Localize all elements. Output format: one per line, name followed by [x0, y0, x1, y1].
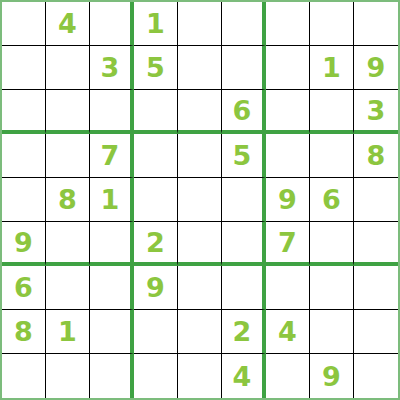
- cell-r8c3[interactable]: [90, 310, 134, 354]
- cell-r6c2[interactable]: [46, 222, 90, 266]
- cell-r4c1[interactable]: [2, 134, 46, 178]
- cell-r7c6[interactable]: [222, 266, 266, 310]
- cell-r6c3[interactable]: [90, 222, 134, 266]
- cell-r4c5[interactable]: [178, 134, 222, 178]
- cell-r5c8: 6: [310, 178, 354, 222]
- cell-r5c2: 8: [46, 178, 90, 222]
- cell-r8c2: 1: [46, 310, 90, 354]
- cell-r6c1: 9: [2, 222, 46, 266]
- cell-r1c7[interactable]: [266, 2, 310, 46]
- cell-r5c3: 1: [90, 178, 134, 222]
- cell-r1c6[interactable]: [222, 2, 266, 46]
- cell-r2c4: 5: [134, 46, 178, 90]
- cell-r8c7: 4: [266, 310, 310, 354]
- cell-r9c2[interactable]: [46, 354, 90, 398]
- cell-r4c9: 8: [354, 134, 398, 178]
- cell-r7c2[interactable]: [46, 266, 90, 310]
- cell-r3c8[interactable]: [310, 90, 354, 134]
- cell-r9c1[interactable]: [2, 354, 46, 398]
- cell-r2c1[interactable]: [2, 46, 46, 90]
- cell-r3c7[interactable]: [266, 90, 310, 134]
- cell-r4c7[interactable]: [266, 134, 310, 178]
- cell-r5c6[interactable]: [222, 178, 266, 222]
- cell-r8c5[interactable]: [178, 310, 222, 354]
- sudoku-board: 41351963758819692769812449: [0, 0, 400, 400]
- cell-r5c7: 9: [266, 178, 310, 222]
- cell-r9c7[interactable]: [266, 354, 310, 398]
- cell-r8c4[interactable]: [134, 310, 178, 354]
- cell-r2c5[interactable]: [178, 46, 222, 90]
- cell-r1c9[interactable]: [354, 2, 398, 46]
- cell-r3c4[interactable]: [134, 90, 178, 134]
- cell-r6c4: 2: [134, 222, 178, 266]
- cell-r9c8: 9: [310, 354, 354, 398]
- cell-r8c9[interactable]: [354, 310, 398, 354]
- cell-r2c7[interactable]: [266, 46, 310, 90]
- cell-r9c4[interactable]: [134, 354, 178, 398]
- cell-r7c4: 9: [134, 266, 178, 310]
- cell-r2c6[interactable]: [222, 46, 266, 90]
- cell-r7c8[interactable]: [310, 266, 354, 310]
- cell-r7c5[interactable]: [178, 266, 222, 310]
- cell-r6c9[interactable]: [354, 222, 398, 266]
- cell-r3c9: 3: [354, 90, 398, 134]
- cell-r1c4: 1: [134, 2, 178, 46]
- cell-r5c4[interactable]: [134, 178, 178, 222]
- cell-r9c5[interactable]: [178, 354, 222, 398]
- cell-r8c6: 2: [222, 310, 266, 354]
- cell-r9c9[interactable]: [354, 354, 398, 398]
- cell-r5c5[interactable]: [178, 178, 222, 222]
- cell-r4c2[interactable]: [46, 134, 90, 178]
- cell-r1c8[interactable]: [310, 2, 354, 46]
- cell-r5c9[interactable]: [354, 178, 398, 222]
- cell-r8c1: 8: [2, 310, 46, 354]
- cell-r6c8[interactable]: [310, 222, 354, 266]
- cell-r4c4[interactable]: [134, 134, 178, 178]
- cell-r4c6: 5: [222, 134, 266, 178]
- cell-r7c3[interactable]: [90, 266, 134, 310]
- cell-r8c8[interactable]: [310, 310, 354, 354]
- cell-r6c6[interactable]: [222, 222, 266, 266]
- cell-r6c7: 7: [266, 222, 310, 266]
- sudoku-puzzle: 41351963758819692769812449: [0, 0, 400, 400]
- cell-r7c7[interactable]: [266, 266, 310, 310]
- cell-r6c5[interactable]: [178, 222, 222, 266]
- cell-r4c8[interactable]: [310, 134, 354, 178]
- cell-r2c2[interactable]: [46, 46, 90, 90]
- cell-r2c3: 3: [90, 46, 134, 90]
- cell-r9c6: 4: [222, 354, 266, 398]
- cell-r1c3[interactable]: [90, 2, 134, 46]
- cell-r4c3: 7: [90, 134, 134, 178]
- cell-r5c1[interactable]: [2, 178, 46, 222]
- cell-r1c1[interactable]: [2, 2, 46, 46]
- cell-r3c1[interactable]: [2, 90, 46, 134]
- cell-r7c1: 6: [2, 266, 46, 310]
- cell-r3c5[interactable]: [178, 90, 222, 134]
- cell-r7c9[interactable]: [354, 266, 398, 310]
- cell-r3c2[interactable]: [46, 90, 90, 134]
- cell-r2c8: 1: [310, 46, 354, 90]
- cell-r9c3[interactable]: [90, 354, 134, 398]
- cell-r1c2: 4: [46, 2, 90, 46]
- cell-r1c5[interactable]: [178, 2, 222, 46]
- cell-r2c9: 9: [354, 46, 398, 90]
- cell-r3c6: 6: [222, 90, 266, 134]
- cell-r3c3[interactable]: [90, 90, 134, 134]
